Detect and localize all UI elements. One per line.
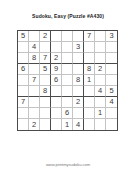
cell-r9c4 (51, 119, 62, 130)
cell-r7c5 (62, 97, 73, 108)
cell-r8c9 (106, 108, 117, 119)
cell-r1c7: 7 (84, 31, 95, 42)
cell-r9c7 (84, 119, 95, 130)
cell-r3c8 (95, 53, 106, 64)
cell-r8c6 (73, 108, 84, 119)
cell-r3c4: 2 (51, 53, 62, 64)
cell-r6c4 (51, 86, 62, 97)
cell-r7c3 (40, 97, 51, 108)
sudoku-grid: 52734387265982768184572461214 (17, 30, 118, 131)
cell-r9c2: 2 (29, 119, 40, 130)
cell-r1c8 (95, 31, 106, 42)
cell-r6c5 (62, 86, 73, 97)
cell-r6c2 (29, 86, 40, 97)
cell-r3c9 (106, 53, 117, 64)
cell-r5c2: 7 (29, 75, 40, 86)
cell-r4c1: 6 (18, 64, 29, 75)
cell-r9c6: 4 (73, 119, 84, 130)
cell-r8c2 (29, 108, 40, 119)
cell-r3c1 (18, 53, 29, 64)
sudoku-sheet: Sudoku, Easy (Puzzle #A430) 527343872659… (0, 0, 136, 176)
cell-r1c6 (73, 31, 84, 42)
cell-r5c1 (18, 75, 29, 86)
cell-r6c8: 4 (95, 86, 106, 97)
cell-r2c1 (18, 42, 29, 53)
cell-r1c1: 5 (18, 31, 29, 42)
cell-r7c2 (29, 97, 40, 108)
cell-r4c7: 8 (84, 64, 95, 75)
cell-r2c6: 3 (73, 42, 84, 53)
page-title: Sudoku, Easy (Puzzle #A430) (0, 13, 136, 19)
footer-url: www.printmysudoku.com (0, 162, 136, 167)
cell-r1c5 (62, 31, 73, 42)
cell-r6c7 (84, 86, 95, 97)
cell-r4c2 (29, 64, 40, 75)
cell-r5c7: 1 (84, 75, 95, 86)
cell-r7c6: 2 (73, 97, 84, 108)
cell-r7c7 (84, 97, 95, 108)
cell-r4c3: 5 (40, 64, 51, 75)
cell-r4c8: 2 (95, 64, 106, 75)
cell-r5c9 (106, 75, 117, 86)
cell-r7c9: 4 (106, 97, 117, 108)
cell-r5c3 (40, 75, 51, 86)
cell-r7c1: 7 (18, 97, 29, 108)
cell-r3c5 (62, 53, 73, 64)
cell-r1c9: 3 (106, 31, 117, 42)
cell-r6c1 (18, 86, 29, 97)
cell-r3c6 (73, 53, 84, 64)
cell-r2c3 (40, 42, 51, 53)
cell-r4c9 (106, 64, 117, 75)
cell-r5c6: 8 (73, 75, 84, 86)
cell-r2c8 (95, 42, 106, 53)
cell-r2c5 (62, 42, 73, 53)
cell-r8c8: 1 (95, 108, 106, 119)
cell-r5c5 (62, 75, 73, 86)
cell-r2c7 (84, 42, 95, 53)
cell-r5c4: 6 (51, 75, 62, 86)
cell-r8c4 (51, 108, 62, 119)
cell-r7c4 (51, 97, 62, 108)
cell-r4c4: 9 (51, 64, 62, 75)
cell-r1c3: 2 (40, 31, 51, 42)
cell-r8c7 (84, 108, 95, 119)
cell-r8c1 (18, 108, 29, 119)
cell-r6c6 (73, 86, 84, 97)
cell-r1c4 (51, 31, 62, 42)
cell-r9c9 (106, 119, 117, 130)
cell-r3c7 (84, 53, 95, 64)
cell-r1c2 (29, 31, 40, 42)
cell-r4c5 (62, 64, 73, 75)
cell-r8c5: 6 (62, 108, 73, 119)
cell-r5c8 (95, 75, 106, 86)
cell-r2c4 (51, 42, 62, 53)
cell-r3c2: 8 (29, 53, 40, 64)
cell-r9c5: 1 (62, 119, 73, 130)
cell-r7c8 (95, 97, 106, 108)
cell-r9c8 (95, 119, 106, 130)
cell-r2c9 (106, 42, 117, 53)
cell-r9c1 (18, 119, 29, 130)
cell-r4c6 (73, 64, 84, 75)
cell-r8c3 (40, 108, 51, 119)
cell-r9c3 (40, 119, 51, 130)
cell-r2c2: 4 (29, 42, 40, 53)
cell-r6c9: 5 (106, 86, 117, 97)
cell-r6c3: 8 (40, 86, 51, 97)
cell-r3c3: 7 (40, 53, 51, 64)
